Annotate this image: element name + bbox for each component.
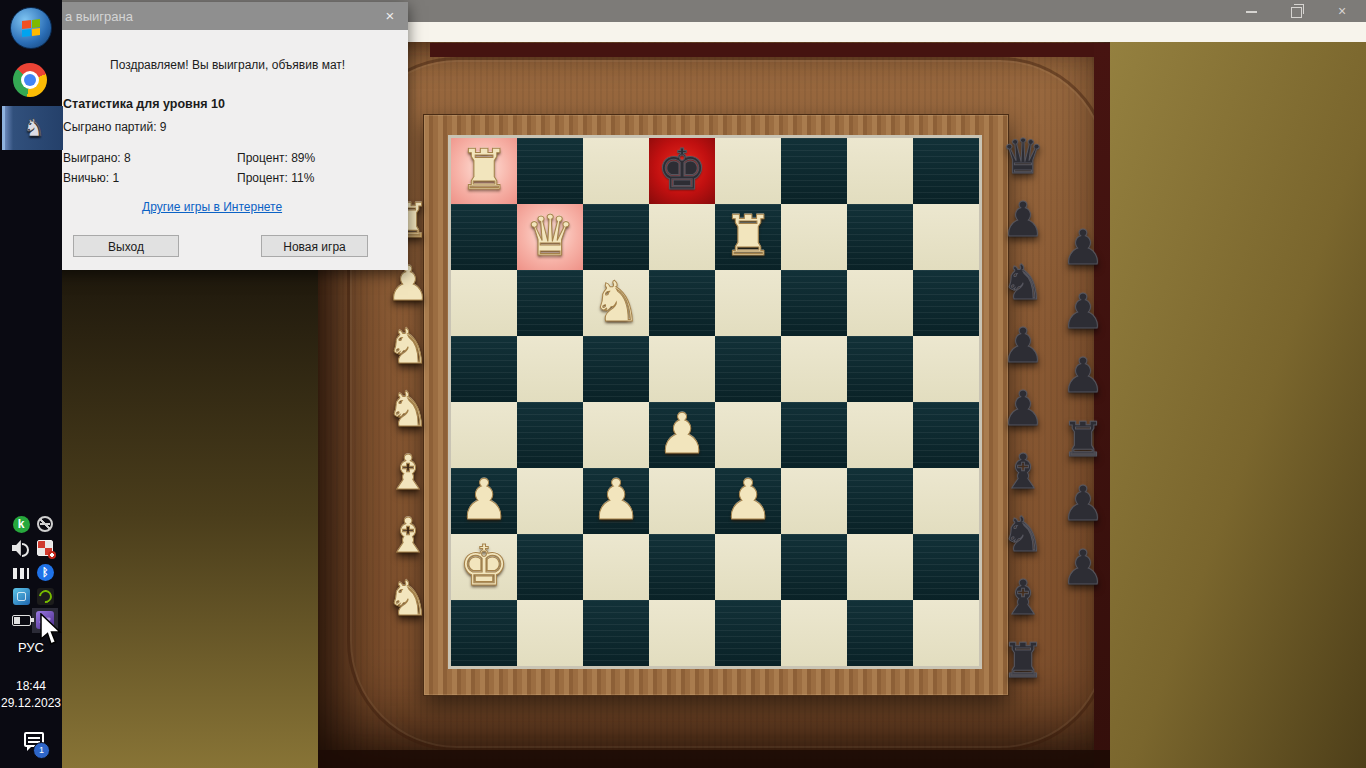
dialog-title: а выиграна [65, 9, 133, 24]
captured-black-tray-outer: ♟♟♟♜♟♟ [1057, 215, 1109, 599]
captured-cell: ♝ [382, 440, 434, 503]
captured-cell: ♟ [1057, 471, 1109, 535]
mouse-cursor [38, 613, 62, 647]
square-g8[interactable] [847, 138, 913, 204]
square-a1[interactable] [451, 600, 517, 666]
table-shadow-bottom [318, 750, 1110, 768]
square-b6[interactable] [517, 270, 583, 336]
app-error-grid-icon[interactable] [33, 536, 57, 560]
square-c8[interactable] [583, 138, 649, 204]
bluetooth-icon[interactable]: ᛒ [33, 560, 57, 584]
square-e8[interactable] [715, 138, 781, 204]
white-p-piece: ♟ [649, 402, 715, 466]
square-e3[interactable]: ♟ [715, 468, 781, 534]
captured-black-b-piece: ♝ [1001, 447, 1044, 495]
chrome-icon[interactable] [13, 63, 47, 97]
dialog-body: Поздравляем! Вы выиграли, объявив мат! С… [50, 30, 408, 270]
square-e2[interactable] [715, 534, 781, 600]
draw-percent-text: Процент: 11% [237, 171, 314, 185]
square-d8[interactable]: ♚ [649, 138, 715, 204]
captured-cell: ♝ [998, 565, 1048, 628]
chess-titans-taskbar-tile[interactable]: ♞ [2, 106, 63, 150]
square-h2[interactable] [913, 534, 979, 600]
captured-black-p-piece: ♟ [1001, 321, 1044, 369]
square-d5[interactable] [649, 336, 715, 402]
square-e7[interactable]: ♜ [715, 204, 781, 270]
captured-cell: ♟ [1057, 535, 1109, 599]
captured-cell: ♟ [1057, 215, 1109, 279]
captured-cell: ♞ [998, 502, 1048, 565]
captured-white-n-piece: ♞ [386, 322, 429, 370]
square-d1[interactable] [649, 600, 715, 666]
square-a6[interactable] [451, 270, 517, 336]
captured-black-n-piece: ♞ [1001, 258, 1044, 306]
dialog-titlebar[interactable]: а выиграна × [50, 2, 408, 30]
won-percent-text: Процент: 89% [237, 151, 315, 165]
new-game-button[interactable]: Новая игра [261, 235, 368, 257]
minimize-icon [1246, 11, 1257, 13]
square-f6[interactable] [781, 270, 847, 336]
square-b7[interactable]: ♛ [517, 204, 583, 270]
captured-cell: ♝ [998, 439, 1048, 502]
square-a3[interactable]: ♟ [451, 468, 517, 534]
captured-black-p-piece: ♟ [1061, 287, 1104, 335]
won-text: Выиграно: 8 [63, 151, 131, 165]
captured-cell: ♟ [998, 313, 1048, 376]
square-g4[interactable] [847, 402, 913, 468]
white-p-piece: ♟ [715, 468, 781, 532]
square-h3[interactable] [913, 468, 979, 534]
captured-white-b-piece: ♝ [386, 448, 429, 496]
windows-logo-icon [22, 19, 40, 37]
close-icon: × [1338, 3, 1346, 19]
captured-black-n-piece: ♞ [1001, 510, 1044, 558]
captured-cell: ♟ [998, 376, 1048, 439]
restore-button[interactable] [1281, 0, 1311, 22]
captured-cell: ♞ [382, 314, 434, 377]
white-n-piece: ♞ [583, 270, 649, 334]
dialog-close-button[interactable]: × [380, 7, 400, 24]
white-q-piece: ♛ [517, 204, 583, 268]
scene-background-right [1110, 42, 1366, 768]
volume-icon[interactable] [9, 536, 33, 560]
square-f5[interactable] [781, 336, 847, 402]
square-d3[interactable] [649, 468, 715, 534]
draw-text: Вничью: 1 [63, 171, 119, 185]
captured-cell: ♞ [382, 377, 434, 440]
captured-black-b-piece: ♝ [1001, 573, 1044, 621]
white-r-piece: ♜ [451, 138, 517, 202]
captured-black-r-piece: ♜ [1061, 415, 1104, 463]
square-h4[interactable] [913, 402, 979, 468]
square-h1[interactable] [913, 600, 979, 666]
square-e5[interactable] [715, 336, 781, 402]
square-b4[interactable] [517, 402, 583, 468]
square-b8[interactable] [517, 138, 583, 204]
square-f4[interactable] [781, 402, 847, 468]
square-f7[interactable] [781, 204, 847, 270]
square-h5[interactable] [913, 336, 979, 402]
square-c6[interactable]: ♞ [583, 270, 649, 336]
nvidia-settings-icon[interactable] [33, 584, 57, 608]
square-a8[interactable]: ♜ [451, 138, 517, 204]
captured-cell: ♞ [382, 566, 434, 629]
minimize-button[interactable] [1236, 0, 1266, 22]
restore-icon [1291, 7, 1302, 18]
captured-black-p-piece: ♟ [1061, 223, 1104, 271]
square-g7[interactable] [847, 204, 913, 270]
square-g3[interactable] [847, 468, 913, 534]
square-f1[interactable] [781, 600, 847, 666]
stats-header: Статистика для уровня 10 [63, 97, 225, 111]
start-button[interactable] [10, 7, 52, 49]
captured-black-p-piece: ♟ [1061, 351, 1104, 399]
white-p-piece: ♟ [451, 468, 517, 532]
square-d7[interactable] [649, 204, 715, 270]
square-d6[interactable] [649, 270, 715, 336]
game-won-dialog: а выиграна × Поздравляем! Вы выиграли, о… [50, 2, 408, 270]
square-b3[interactable] [517, 468, 583, 534]
captured-cell: ♜ [998, 628, 1048, 691]
square-f3[interactable] [781, 468, 847, 534]
white-r-piece: ♜ [715, 204, 781, 268]
square-b1[interactable] [517, 600, 583, 666]
captured-black-q-piece: ♛ [1001, 132, 1044, 180]
captured-black-p-piece: ♟ [1061, 479, 1104, 527]
captured-cell: ♝ [382, 503, 434, 566]
square-f8[interactable] [781, 138, 847, 204]
square-g6[interactable] [847, 270, 913, 336]
chess-board: ♜♚♛♜♞♟♟♟♟♚ [448, 135, 982, 669]
close-button[interactable]: × [1327, 0, 1357, 22]
square-a7[interactable] [451, 204, 517, 270]
captured-cell: ♜ [1057, 407, 1109, 471]
square-c1[interactable] [583, 600, 649, 666]
square-c5[interactable] [583, 336, 649, 402]
games-played-text: Сыграно партий: 9 [63, 120, 166, 134]
more-games-link[interactable]: Другие игры в Интернете [142, 200, 282, 214]
captured-cell: ♟ [1057, 279, 1109, 343]
captured-black-p-piece: ♟ [1001, 195, 1044, 243]
square-e1[interactable] [715, 600, 781, 666]
captured-black-r-piece: ♜ [1001, 636, 1044, 684]
captured-cell: ♟ [998, 187, 1048, 250]
clock-time[interactable]: 18:44 [0, 679, 62, 693]
square-b2[interactable] [517, 534, 583, 600]
captured-cell: ♟ [1057, 343, 1109, 407]
captured-cell: ♞ [998, 250, 1048, 313]
square-e6[interactable] [715, 270, 781, 336]
square-c7[interactable] [583, 204, 649, 270]
battery-icon[interactable] [9, 608, 33, 632]
square-f2[interactable] [781, 534, 847, 600]
square-a5[interactable] [451, 336, 517, 402]
bars-app-icon[interactable] [9, 560, 33, 584]
square-c4[interactable] [583, 402, 649, 468]
captured-white-b-piece: ♝ [386, 511, 429, 559]
taskbar: ♞ k ᛒ РУС 18:44 29.12.2023 1 [0, 0, 62, 768]
captured-white-n-piece: ♞ [386, 574, 429, 622]
square-h8[interactable] [913, 138, 979, 204]
square-c3[interactable]: ♟ [583, 468, 649, 534]
congrats-text: Поздравляем! Вы выиграли, объявив мат! [110, 58, 345, 72]
square-g5[interactable] [847, 336, 913, 402]
kaspersky-icon[interactable]: k [9, 512, 33, 536]
square-h7[interactable] [913, 204, 979, 270]
square-b5[interactable] [517, 336, 583, 402]
square-g2[interactable] [847, 534, 913, 600]
white-p-piece: ♟ [583, 468, 649, 532]
square-e4[interactable] [715, 402, 781, 468]
blue-app-icon[interactable] [9, 584, 33, 608]
captured-cell: ♛ [998, 124, 1048, 187]
captured-black-p-piece: ♟ [1061, 543, 1104, 591]
captured-black-p-piece: ♟ [1001, 384, 1044, 432]
square-d2[interactable] [649, 534, 715, 600]
square-h6[interactable] [913, 270, 979, 336]
square-a4[interactable] [451, 402, 517, 468]
square-g1[interactable] [847, 600, 913, 666]
black-k-piece: ♚ [649, 138, 715, 202]
square-c2[interactable] [583, 534, 649, 600]
captured-black-tray-inner: ♛♟♞♟♟♝♞♝♜ [998, 124, 1048, 691]
exit-button[interactable]: Выход [73, 235, 179, 257]
square-a2[interactable]: ♚ [451, 534, 517, 600]
table-trim-top [430, 43, 1096, 57]
clock-date[interactable]: 29.12.2023 [0, 696, 62, 710]
screen: × ♜♚♛♜♞♟♟♟♟♚ ♜♟♞♞♝♝♞ ♛♟♞♟♟♝♞♝♜ ♟♟♟♜♟♟ а … [0, 0, 1366, 768]
chess-app-icon: ♞ [23, 114, 45, 142]
notification-badge: 1 [33, 742, 50, 759]
network-globe-icon[interactable] [33, 512, 57, 536]
square-d4[interactable]: ♟ [649, 402, 715, 468]
white-k-piece: ♚ [451, 534, 517, 598]
captured-white-n-piece: ♞ [386, 385, 429, 433]
